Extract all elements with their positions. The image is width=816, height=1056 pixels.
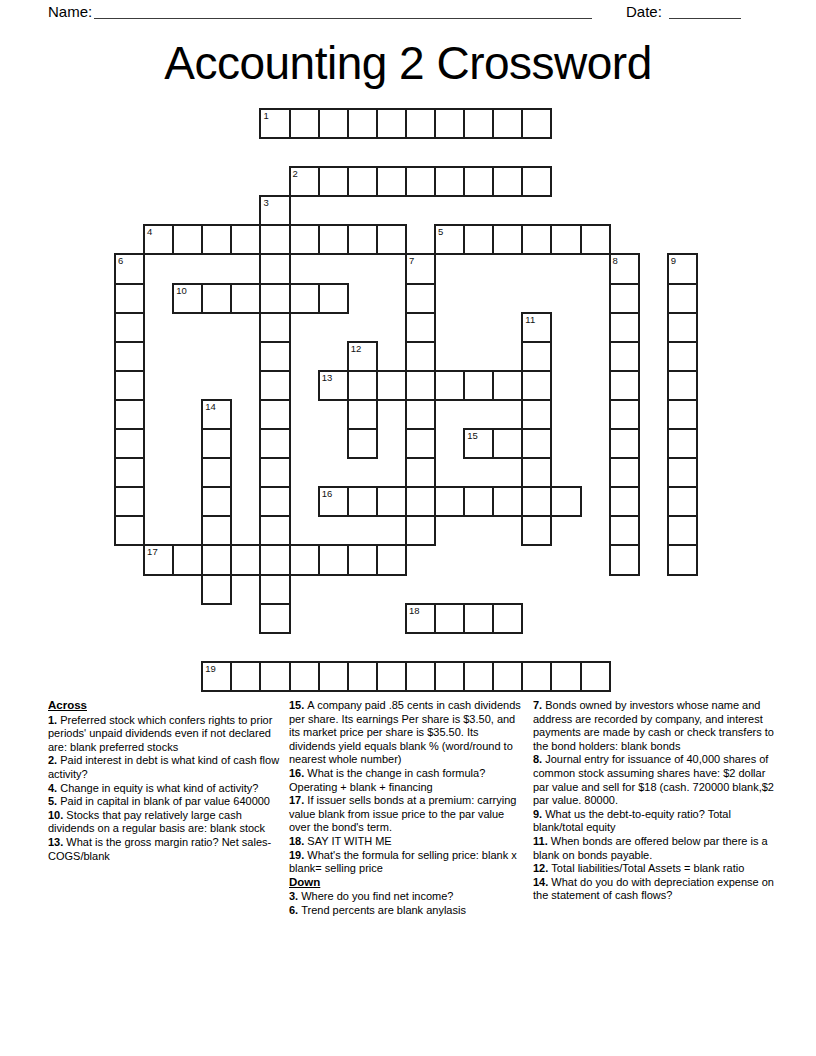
grid-cell-r14c3[interactable] [201,515,232,546]
clue-number-12: 12 [351,343,362,354]
grid-cell-r0c7[interactable] [318,108,349,139]
grid-cell-r13c14[interactable] [521,486,552,517]
grid-cell-r9c10[interactable] [405,370,436,401]
clue-across-10-text: Stocks that pay relatively large cash di… [48,809,265,835]
grid-cell-r0c11[interactable] [434,108,465,139]
across-header: Across [48,699,285,713]
clues-column-across: Across1. Preferred stock which confers r… [48,699,285,863]
grid-cell-r15c19[interactable] [667,544,698,575]
grid-cell-r19c10[interactable] [405,661,436,692]
grid-cell-r12c17[interactable] [609,457,640,488]
crossword-grid: 12345678910111213141516171819 [115,109,697,691]
clue-across-13-text: What is the gross margin ratio? Net sale… [48,836,271,862]
clue-down-14-number: 14. [533,876,551,888]
grid-cell-r12c3[interactable] [201,457,232,488]
clue-across-18: 18. SAY IT WITH ME [289,835,523,849]
grid-cell-r5c19[interactable]: 9 [667,253,698,284]
grid-cell-r10c14[interactable] [521,399,552,430]
grid-cell-r2c9[interactable] [376,166,407,197]
clue-number-3: 3 [263,197,268,208]
grid-cell-r13c11[interactable] [434,486,465,517]
clue-across-17-number: 17. [289,794,307,806]
grid-cell-r19c13[interactable] [492,661,523,692]
grid-cell-r9c8[interactable] [347,370,378,401]
grid-cell-r4c15[interactable] [550,224,581,255]
grid-cell-r3c5[interactable]: 3 [259,195,290,226]
grid-cell-r4c6[interactable] [289,224,320,255]
grid-cell-r15c7[interactable] [318,544,349,575]
grid-cell-r9c7[interactable]: 13 [318,370,349,401]
grid-cell-r13c7[interactable]: 16 [318,486,349,517]
grid-cell-r4c5[interactable] [259,224,290,255]
clue-number-18: 18 [409,605,420,616]
clue-down-6: 6. Trend percents are blank anylasis [289,904,523,918]
grid-cell-r2c7[interactable] [318,166,349,197]
grid-cell-r9c5[interactable] [259,370,290,401]
grid-cell-r9c9[interactable] [376,370,407,401]
grid-cell-r0c14[interactable] [521,108,552,139]
clue-across-15-number: 15. [289,699,307,711]
grid-cell-r4c2[interactable] [172,224,203,255]
grid-cell-r8c0[interactable] [114,341,145,372]
clue-number-9: 9 [671,255,676,266]
grid-cell-r15c6[interactable] [289,544,320,575]
clue-number-2: 2 [293,168,298,179]
grid-cell-r17c11[interactable] [434,603,465,634]
grid-cell-r12c19[interactable] [667,457,698,488]
grid-cell-r5c17[interactable]: 8 [609,253,640,284]
worksheet-page: Name: Date: Accounting 2 Crossword 12345… [0,0,816,1056]
clue-down-12-text: Total liabilities/Total Assets = blank r… [551,862,744,874]
clue-down-11-number: 11. [533,835,551,847]
clue-number-8: 8 [613,255,618,266]
grid-cell-r2c11[interactable] [434,166,465,197]
clue-across-13: 13. What is the gross margin ratio? Net … [48,836,285,863]
clue-number-7: 7 [409,255,414,266]
clue-across-19-number: 19. [289,849,307,861]
grid-cell-r13c12[interactable] [463,486,494,517]
grid-cell-r15c17[interactable] [609,544,640,575]
clue-down-8-text: Journal entry for issuance of 40,000 sha… [533,753,774,806]
grid-cell-r7c10[interactable] [405,312,436,343]
clue-across-5-number: 5. [48,795,60,807]
grid-cell-r16c5[interactable] [259,574,290,605]
grid-cell-r11c10[interactable] [405,428,436,459]
date-blank-line[interactable] [669,18,741,19]
clue-down-3: 3. Where do you find net income? [289,890,523,904]
grid-cell-r13c8[interactable] [347,486,378,517]
grid-cell-r13c10[interactable] [405,486,436,517]
clue-down-3-text: Where do you find net income? [301,890,453,902]
grid-cell-r19c15[interactable] [550,661,581,692]
clue-number-1: 1 [263,110,268,121]
grid-cell-r11c17[interactable] [609,428,640,459]
grid-cell-r15c2[interactable] [172,544,203,575]
grid-cell-r0c5[interactable]: 1 [259,108,290,139]
grid-cell-r0c12[interactable] [463,108,494,139]
clue-across-4-number: 4. [48,782,60,794]
grid-cell-r19c7[interactable] [318,661,349,692]
clue-down-11: 11. When bonds are offered below par the… [533,835,775,862]
puzzle-title: Accounting 2 Crossword [0,36,816,90]
clue-across-4: 4. Change in equity is what kind of acti… [48,782,285,796]
clue-down-12: 12. Total liabilities/Total Assets = bla… [533,862,775,876]
grid-cell-r0c10[interactable] [405,108,436,139]
grid-cell-r8c8[interactable]: 12 [347,341,378,372]
grid-cell-r19c12[interactable] [463,661,494,692]
grid-cell-r6c6[interactable] [289,283,320,314]
grid-cell-r4c13[interactable] [492,224,523,255]
grid-cell-r7c14[interactable]: 11 [521,312,552,343]
clue-across-1: 1. Preferred stock which confers rights … [48,714,285,755]
date-label: Date: [626,3,662,20]
grid-cell-r4c14[interactable] [521,224,552,255]
grid-cell-r13c15[interactable] [550,486,581,517]
grid-cell-r14c14[interactable] [521,515,552,546]
clue-across-2-text: Paid interest in debt is what kind of ca… [48,754,279,780]
grid-cell-r15c3[interactable] [201,544,232,575]
grid-cell-r10c19[interactable] [667,399,698,430]
grid-cell-r8c14[interactable] [521,341,552,372]
clue-across-16: 16. What is the change in cash formula? … [289,767,523,794]
clue-number-14: 14 [205,401,216,412]
grid-cell-r17c12[interactable] [463,603,494,634]
clue-down-9-text: What us the debt-to-equity ratio? Total … [533,808,731,834]
grid-cell-r2c8[interactable] [347,166,378,197]
grid-cell-r19c14[interactable] [521,661,552,692]
grid-cell-r8c19[interactable] [667,341,698,372]
clue-down-14-text: What do you do with depreciation expense… [533,876,774,902]
grid-cell-r2c10[interactable] [405,166,436,197]
clue-across-19: 19. What's the formula for selling price… [289,849,523,876]
clue-number-11: 11 [525,314,535,325]
grid-cell-r12c10[interactable] [405,457,436,488]
grid-cell-r14c17[interactable] [609,515,640,546]
clue-down-7: 7. Bonds owned by investors whose name a… [533,699,775,753]
grid-cell-r14c0[interactable] [114,515,145,546]
grid-cell-r19c8[interactable] [347,661,378,692]
clue-number-6: 6 [118,255,123,266]
clue-across-10-number: 10. [48,809,66,821]
grid-cell-r14c10[interactable] [405,515,436,546]
grid-cell-r9c17[interactable] [609,370,640,401]
grid-cell-r13c0[interactable] [114,486,145,517]
grid-cell-r11c8[interactable] [347,428,378,459]
clue-down-9-number: 9. [533,808,545,820]
grid-cell-r10c17[interactable] [609,399,640,430]
clue-across-5-text: Paid in capital in blank of par value 64… [60,795,270,807]
grid-cell-r5c10[interactable]: 7 [405,253,436,284]
clue-across-2-number: 2. [48,754,60,766]
clue-down-14: 14. What do you do with depreciation exp… [533,876,775,903]
clue-across-18-text: SAY IT WITH ME [307,835,391,847]
grid-cell-r2c14[interactable] [521,166,552,197]
clue-across-17-text: If issuer sells bonds at a premium: carr… [289,794,516,833]
grid-cell-r0c8[interactable] [347,108,378,139]
grid-cell-r4c9[interactable] [376,224,407,255]
clue-across-16-number: 16. [289,767,307,779]
clue-across-13-number: 13. [48,836,66,848]
clue-number-13: 13 [322,372,333,383]
grid-cell-r4c8[interactable] [347,224,378,255]
grid-cell-r17c10[interactable]: 18 [405,603,436,634]
grid-cell-r10c0[interactable] [114,399,145,430]
clue-across-15: 15. A company paid .85 cents in cash div… [289,699,523,767]
grid-cell-r15c4[interactable] [230,544,261,575]
grid-cell-r11c13[interactable] [492,428,523,459]
clue-across-10: 10. Stocks that pay relatively large cas… [48,809,285,836]
grid-cell-r6c5[interactable] [259,283,290,314]
grid-cell-r13c9[interactable] [376,486,407,517]
clue-number-15: 15 [467,430,478,441]
grid-cell-r2c6[interactable]: 2 [289,166,320,197]
grid-cell-r4c4[interactable] [230,224,261,255]
grid-cell-r9c19[interactable] [667,370,698,401]
grid-cell-r15c1[interactable]: 17 [143,544,174,575]
grid-cell-r13c3[interactable] [201,486,232,517]
grid-cell-r9c0[interactable] [114,370,145,401]
grid-cell-r19c16[interactable] [580,661,611,692]
clue-across-17: 17. If issuer sells bonds at a premium: … [289,794,523,835]
grid-cell-r19c9[interactable] [376,661,407,692]
grid-cell-r9c12[interactable] [463,370,494,401]
grid-cell-r6c2[interactable]: 10 [172,283,203,314]
grid-cell-r0c9[interactable] [376,108,407,139]
name-label: Name: [48,3,92,20]
grid-cell-r2c12[interactable] [463,166,494,197]
clue-down-8-number: 8. [533,753,545,765]
grid-cell-r12c14[interactable] [521,457,552,488]
clue-down-11-text: When bonds are offered below par there i… [533,835,768,861]
grid-cell-r13c17[interactable] [609,486,640,517]
grid-cell-r14c19[interactable] [667,515,698,546]
grid-cell-r6c4[interactable] [230,283,261,314]
clue-down-6-number: 6. [289,904,301,916]
grid-cell-r12c0[interactable] [114,457,145,488]
grid-cell-r10c10[interactable] [405,399,436,430]
grid-cell-r10c3[interactable]: 14 [201,399,232,430]
grid-cell-r17c5[interactable] [259,603,290,634]
down-header: Down [289,876,523,890]
grid-cell-r4c11[interactable]: 5 [434,224,465,255]
clue-across-1-number: 1. [48,714,60,726]
grid-cell-r8c5[interactable] [259,341,290,372]
grid-cell-r13c19[interactable] [667,486,698,517]
grid-cell-r4c12[interactable] [463,224,494,255]
grid-cell-r5c0[interactable]: 6 [114,253,145,284]
grid-cell-r4c16[interactable] [580,224,611,255]
grid-cell-r12c5[interactable] [259,457,290,488]
grid-cell-r15c8[interactable] [347,544,378,575]
grid-cell-r7c17[interactable] [609,312,640,343]
grid-cell-r19c6[interactable] [289,661,320,692]
clue-down-6-text: Trend percents are blank anylasis [301,904,466,916]
grid-cell-r19c3[interactable]: 19 [201,661,232,692]
grid-cell-r15c5[interactable] [259,544,290,575]
grid-cell-r13c13[interactable] [492,486,523,517]
grid-cell-r4c7[interactable] [318,224,349,255]
clue-number-17: 17 [147,546,158,557]
clue-down-7-number: 7. [533,699,545,711]
clue-across-15-text: A company paid .85 cents in cash dividen… [289,699,521,765]
grid-cell-r11c5[interactable] [259,428,290,459]
grid-cell-r2c13[interactable] [492,166,523,197]
grid-cell-r10c5[interactable] [259,399,290,430]
grid-cell-r11c19[interactable] [667,428,698,459]
clue-across-18-number: 18. [289,835,307,847]
clues-column-down: 7. Bonds owned by investors whose name a… [533,699,775,903]
name-blank-line[interactable] [94,18,592,19]
clue-number-10: 10 [176,285,187,296]
grid-cell-r6c10[interactable] [405,283,436,314]
grid-cell-r9c11[interactable] [434,370,465,401]
grid-cell-r10c8[interactable] [347,399,378,430]
grid-cell-r19c4[interactable] [230,661,261,692]
grid-cell-r14c5[interactable] [259,515,290,546]
grid-cell-r11c14[interactable] [521,428,552,459]
grid-cell-r11c0[interactable] [114,428,145,459]
clue-down-9: 9. What us the debt-to-equity ratio? Tot… [533,808,775,835]
clue-number-16: 16 [322,488,333,499]
clue-across-19-text: What's the formula for selling price: bl… [289,849,517,875]
grid-cell-r9c14[interactable] [521,370,552,401]
grid-cell-r6c3[interactable] [201,283,232,314]
grid-cell-r8c17[interactable] [609,341,640,372]
grid-cell-r8c10[interactable] [405,341,436,372]
grid-cell-r6c17[interactable] [609,283,640,314]
clue-across-16-text: What is the change in cash formula? Oper… [289,767,485,793]
grid-cell-r13c5[interactable] [259,486,290,517]
clue-down-12-number: 12. [533,862,551,874]
grid-cell-r0c6[interactable] [289,108,320,139]
grid-cell-r6c7[interactable] [318,283,349,314]
grid-cell-r19c5[interactable] [259,661,290,692]
clue-number-19: 19 [205,663,216,674]
grid-cell-r17c13[interactable] [492,603,523,634]
clue-across-5: 5. Paid in capital in blank of par value… [48,795,285,809]
clue-number-5: 5 [438,226,443,237]
grid-cell-r6c19[interactable] [667,283,698,314]
clue-down-3-number: 3. [289,890,301,902]
clue-down-7-text: Bonds owned by investors whose name and … [533,699,774,752]
grid-cell-r6c0[interactable] [114,283,145,314]
clue-down-8: 8. Journal entry for issuance of 40,000 … [533,753,775,807]
clues-column-middle: 15. A company paid .85 cents in cash div… [289,699,523,918]
grid-cell-r0c13[interactable] [492,108,523,139]
grid-cell-r16c3[interactable] [201,574,232,605]
clue-across-4-text: Change in equity is what kind of activit… [60,782,258,794]
grid-cell-r11c12[interactable]: 15 [463,428,494,459]
grid-cell-r9c13[interactable] [492,370,523,401]
grid-cell-r7c0[interactable] [114,312,145,343]
clue-number-4: 4 [147,226,152,237]
grid-cell-r7c19[interactable] [667,312,698,343]
clue-across-2: 2. Paid interest in debt is what kind of… [48,754,285,781]
grid-cell-r19c11[interactable] [434,661,465,692]
grid-cell-r4c3[interactable] [201,224,232,255]
grid-cell-r15c9[interactable] [376,544,407,575]
grid-cell-r11c3[interactable] [201,428,232,459]
grid-cell-r4c1[interactable]: 4 [143,224,174,255]
grid-cell-r7c5[interactable] [259,312,290,343]
grid-cell-r5c5[interactable] [259,253,290,284]
clue-across-1-text: Preferred stock which confers rights to … [48,714,272,753]
